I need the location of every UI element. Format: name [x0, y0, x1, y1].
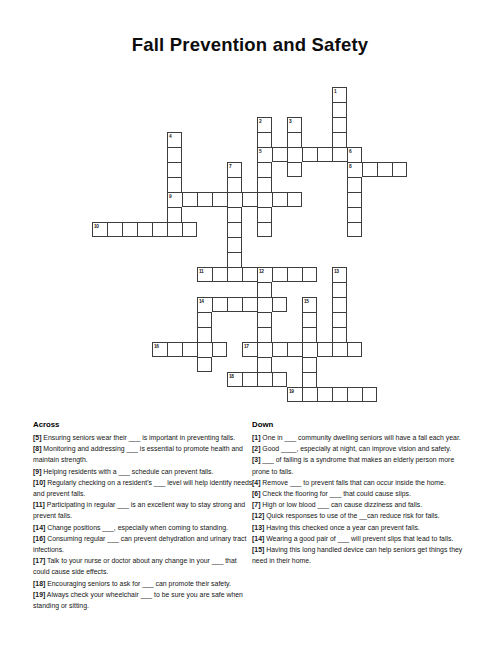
grid-cell-r11c9[interactable]	[227, 252, 242, 267]
clue-across-9: [9] Helping residents with a ___ schedul…	[33, 466, 254, 477]
grid-cell-r20c17[interactable]	[347, 387, 362, 402]
clue-number-label: [11]	[33, 501, 45, 508]
grid-cell-r16c7[interactable]	[197, 327, 212, 342]
grid-cell-r14c10[interactable]	[242, 297, 257, 312]
grid-cell-r15c7[interactable]	[197, 312, 212, 327]
clue-across-17: [17] Talk to your nurse or doctor about …	[33, 555, 254, 577]
cell-number-1: 1	[334, 89, 336, 94]
grid-cell-r16c11[interactable]	[257, 327, 272, 342]
grid-cell-r9c9[interactable]	[227, 222, 242, 237]
grid-cell-r20c18[interactable]	[362, 387, 377, 402]
clue-down-2: [2] Good ____, especially at night, can …	[252, 443, 473, 454]
grid-cell-r9c3[interactable]	[137, 222, 152, 237]
grid-cell-r5c9[interactable]: 7	[227, 162, 242, 177]
cell-number-13: 13	[334, 269, 339, 274]
grid-cell-r4c14[interactable]	[302, 147, 317, 162]
grid-cell-r14c9[interactable]	[227, 297, 242, 312]
clue-number-label: [17]	[33, 557, 45, 564]
grid-cell-r12c7[interactable]: 11	[197, 267, 212, 282]
clue-number-label: [18]	[33, 580, 45, 587]
clue-number-label: [4]	[252, 479, 260, 486]
clue-down-7: [7] High or low blood ___ can cause dizz…	[252, 499, 473, 510]
grid-cell-r9c17[interactable]	[347, 222, 362, 237]
grid-cell-r12c16[interactable]: 13	[332, 267, 347, 282]
grid-cell-r19c10[interactable]	[242, 372, 257, 387]
grid-cell-r17c14[interactable]	[302, 342, 317, 357]
grid-cell-r19c9[interactable]: 18	[227, 372, 242, 387]
grid-cell-r7c5[interactable]: 9	[167, 192, 182, 207]
clue-down-6: [6] Check the flooring for ___ that coul…	[252, 488, 473, 499]
grid-cell-r8c5[interactable]	[167, 207, 182, 222]
grid-cell-r14c8[interactable]	[212, 297, 227, 312]
across-clue-list: [5] Ensuring seniors wear their ___ is i…	[33, 432, 254, 611]
grid-cell-r6c5[interactable]	[167, 177, 182, 192]
cell-number-9: 9	[169, 194, 171, 199]
grid-cell-r4c16[interactable]	[332, 147, 347, 162]
clue-number-label: [7]	[252, 501, 260, 508]
grid-cell-r2c11[interactable]: 2	[257, 117, 272, 132]
grid-cell-r3c16[interactable]	[332, 132, 347, 147]
grid-cell-r12c13[interactable]	[287, 267, 302, 282]
cell-number-2: 2	[259, 119, 261, 124]
clue-down-13: [13] Having this checked once a year can…	[252, 522, 473, 533]
clue-down-14: [14] Wearing a good pair of ___ will pre…	[252, 533, 473, 544]
grid-cell-r12c10[interactable]	[242, 267, 257, 282]
grid-cell-r8c11[interactable]	[257, 207, 272, 222]
clue-across-19: [19] Always check your wheelchair ___ to…	[33, 589, 254, 611]
down-clues-column: Down [1] One in ___ community dwelling s…	[252, 419, 473, 566]
grid-cell-r20c13[interactable]: 19	[287, 387, 302, 402]
grid-cell-r17c4[interactable]: 16	[152, 342, 167, 357]
clue-down-1: [1] One in ___ community dwelling senior…	[252, 432, 473, 443]
cell-number-4: 4	[169, 134, 171, 139]
cell-number-7: 7	[229, 164, 231, 169]
clue-down-3: [3] ___ of falling is a syndrome that ma…	[252, 454, 473, 476]
grid-cell-r18c7[interactable]	[197, 357, 212, 372]
cell-number-17: 17	[244, 344, 249, 349]
clue-down-4: [4] Remove ___ to prevent falls that can…	[252, 477, 473, 488]
crossword-grid: 12345678910111213141516171819	[92, 87, 407, 402]
grid-cell-r7c9[interactable]	[227, 192, 242, 207]
clue-number-label: [10]	[33, 479, 45, 486]
cell-number-19: 19	[289, 389, 294, 394]
clue-number-label: [14]	[252, 535, 264, 542]
grid-cell-r18c11[interactable]	[257, 357, 272, 372]
grid-cell-r7c10[interactable]	[242, 192, 257, 207]
grid-cell-r12c12[interactable]	[272, 267, 287, 282]
across-heading: Across	[33, 419, 254, 430]
clue-down-12: [12] Quick responses to use of the __can…	[252, 510, 473, 521]
grid-cell-r5c11[interactable]	[257, 162, 272, 177]
clue-number-label: [5]	[33, 434, 41, 441]
grid-cell-r19c11[interactable]	[257, 372, 272, 387]
grid-cell-r9c2[interactable]	[122, 222, 137, 237]
grid-cell-r16c14[interactable]	[302, 327, 317, 342]
cell-number-10: 10	[94, 224, 99, 229]
clue-across-14: [14] Change positions ___, especially wh…	[33, 522, 254, 533]
grid-cell-r17c13[interactable]	[287, 342, 302, 357]
clue-number-label: [15]	[252, 546, 264, 553]
clue-number-label: [9]	[33, 468, 41, 475]
grid-cell-r8c9[interactable]	[227, 207, 242, 222]
cell-number-11: 11	[199, 269, 203, 274]
grid-cell-r9c6[interactable]	[182, 222, 197, 237]
grid-cell-r3c5[interactable]: 4	[167, 132, 182, 147]
grid-cell-r2c13[interactable]: 3	[287, 117, 302, 132]
puzzle-title: Fall Prevention and Safety	[0, 34, 500, 56]
clue-number-label: [16]	[33, 535, 45, 542]
grid-cell-r19c12[interactable]	[272, 372, 287, 387]
grid-cell-r7c11[interactable]	[257, 192, 272, 207]
clue-number-label: [8]	[33, 445, 41, 452]
grid-cell-r5c17[interactable]: 8	[347, 162, 362, 177]
grid-cell-r7c6[interactable]	[182, 192, 197, 207]
cell-number-5: 5	[259, 149, 261, 154]
clue-number-label: [12]	[252, 512, 264, 519]
grid-cell-r14c14[interactable]: 15	[302, 297, 317, 312]
across-clues-column: Across [5] Ensuring seniors wear their _…	[33, 419, 254, 611]
grid-cell-r4c5[interactable]	[167, 147, 182, 162]
grid-cell-r17c8[interactable]	[212, 342, 227, 357]
grid-cell-r17c6[interactable]	[182, 342, 197, 357]
grid-cell-r9c4[interactable]	[152, 222, 167, 237]
worksheet-page: Fall Prevention and Safety 1234567891011…	[0, 0, 500, 647]
grid-cell-r3c11[interactable]	[257, 132, 272, 147]
grid-cell-r16c16[interactable]	[332, 327, 347, 342]
clue-across-5: [5] Ensuring seniors wear their ___ is i…	[33, 432, 254, 443]
grid-cell-r9c11[interactable]	[257, 222, 272, 237]
grid-cell-r4c11[interactable]: 5	[257, 147, 272, 162]
grid-cell-r4c17[interactable]: 6	[347, 147, 362, 162]
grid-cell-r7c8[interactable]	[212, 192, 227, 207]
grid-cell-r17c5[interactable]	[167, 342, 182, 357]
clue-number-label: [19]	[33, 591, 45, 598]
cell-number-15: 15	[304, 299, 309, 304]
grid-cell-r10c9[interactable]	[227, 237, 242, 252]
grid-cell-r12c8[interactable]	[212, 267, 227, 282]
down-heading: Down	[252, 419, 473, 430]
grid-cell-r15c14[interactable]	[302, 312, 317, 327]
grid-cell-r9c0[interactable]: 10	[92, 222, 107, 237]
grid-cell-r7c7[interactable]	[197, 192, 212, 207]
grid-cell-r4c13[interactable]	[287, 147, 302, 162]
grid-cell-r7c17[interactable]	[347, 192, 362, 207]
clue-down-15: [15] Having this long handled device can…	[252, 544, 473, 566]
clue-number-label: [2]	[252, 445, 260, 452]
cell-number-18: 18	[229, 374, 234, 379]
grid-cell-r1c16[interactable]	[332, 102, 347, 117]
grid-cell-r15c11[interactable]	[257, 312, 272, 327]
grid-cell-r14c11[interactable]	[257, 297, 272, 312]
clue-across-10: [10] Regularly checking on a resident's …	[33, 477, 254, 499]
grid-cell-r2c16[interactable]	[332, 117, 347, 132]
cell-number-3: 3	[289, 119, 291, 124]
grid-cell-r7c13[interactable]	[287, 192, 302, 207]
grid-cell-r15c16[interactable]	[332, 312, 347, 327]
grid-cell-r6c11[interactable]	[257, 177, 272, 192]
clue-across-16: [16] Consuming regular ___ can prevent d…	[33, 533, 254, 555]
clue-number-label: [1]	[252, 434, 260, 441]
clue-across-11: [11] Participating in regular ___ is an …	[33, 499, 254, 521]
cell-number-16: 16	[154, 344, 159, 349]
grid-cell-r20c15[interactable]	[317, 387, 332, 402]
clue-number-label: [13]	[252, 524, 264, 531]
grid-cell-r14c12[interactable]	[272, 297, 287, 312]
cell-number-12: 12	[259, 269, 264, 274]
grid-cell-r7c12[interactable]	[272, 192, 287, 207]
clue-number-label: [3]	[252, 456, 260, 463]
grid-cell-r5c13[interactable]	[287, 162, 302, 177]
grid-cell-r12c9[interactable]	[227, 267, 242, 282]
grid-cell-r14c16[interactable]	[332, 297, 347, 312]
grid-cell-r17c10[interactable]: 17	[242, 342, 257, 357]
grid-cell-r3c13[interactable]	[287, 132, 302, 147]
grid-cell-r17c15[interactable]	[317, 342, 332, 357]
grid-cell-r0c16[interactable]: 1	[332, 87, 347, 102]
cell-number-6: 6	[349, 149, 351, 154]
clue-across-8: [8] Monitoring and addressing ___ is ess…	[33, 443, 254, 465]
clue-number-label: [6]	[252, 490, 260, 497]
grid-cell-r19c14[interactable]	[302, 372, 317, 387]
down-clue-list: [1] One in ___ community dwelling senior…	[252, 432, 473, 566]
grid-cell-r17c17[interactable]	[347, 342, 362, 357]
clue-number-label: [14]	[33, 524, 45, 531]
grid-cell-r17c11[interactable]	[257, 342, 272, 357]
grid-cell-r5c5[interactable]	[167, 162, 182, 177]
grid-cell-r5c19[interactable]	[377, 162, 392, 177]
grid-cell-r5c18[interactable]	[362, 162, 377, 177]
grid-cell-r18c14[interactable]	[302, 357, 317, 372]
grid-cell-r6c9[interactable]	[227, 177, 242, 192]
grid-cell-r4c15[interactable]	[317, 147, 332, 162]
grid-cell-r14c7[interactable]: 14	[197, 297, 212, 312]
grid-cell-r12c14[interactable]	[302, 267, 317, 282]
grid-cell-r13c16[interactable]	[332, 282, 347, 297]
grid-cell-r12c11[interactable]: 12	[257, 267, 272, 282]
grid-cell-r17c12[interactable]	[272, 342, 287, 357]
grid-cell-r17c16[interactable]	[332, 342, 347, 357]
grid-cell-r5c20[interactable]	[392, 162, 407, 177]
grid-cell-r9c5[interactable]	[167, 222, 182, 237]
cell-number-8: 8	[349, 164, 351, 169]
grid-cell-r13c11[interactable]	[257, 282, 272, 297]
grid-cell-r17c7[interactable]	[197, 342, 212, 357]
grid-cell-r20c16[interactable]	[332, 387, 347, 402]
grid-cell-r9c1[interactable]	[107, 222, 122, 237]
clue-across-18: [18] Encouraging seniors to ask for ___ …	[33, 578, 254, 589]
grid-cell-r6c17[interactable]	[347, 177, 362, 192]
grid-cell-r20c14[interactable]	[302, 387, 317, 402]
grid-cell-r8c17[interactable]	[347, 207, 362, 222]
cell-number-14: 14	[199, 299, 204, 304]
grid-cell-r4c12[interactable]	[272, 147, 287, 162]
